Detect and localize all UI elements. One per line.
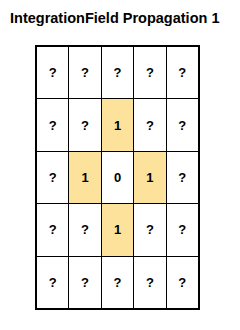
grid-cell-r2-c4: ? (167, 152, 198, 203)
grid-cell-r0-c2: ? (102, 47, 133, 98)
grid-cell-r4-c4: ? (167, 257, 198, 308)
grid-cell-r4-c0: ? (37, 257, 68, 308)
grid-cell-r0-c3: ? (134, 47, 165, 98)
grid-cell-r1-c0: ? (37, 99, 68, 150)
grid-cell-r3-c0: ? (37, 204, 68, 255)
grid-cell-r3-c2: 1 (102, 204, 133, 255)
grid-cell-r2-c3: 1 (134, 152, 165, 203)
grid-cell-r1-c3: ? (134, 99, 165, 150)
grid-cell-r3-c3: ? (134, 204, 165, 255)
page-title: IntegrationField Propagation 1 (10, 10, 238, 26)
grid-cell-r3-c4: ? (167, 204, 198, 255)
grid-cell-r0-c0: ? (37, 47, 68, 98)
grid-cell-r4-c2: ? (102, 257, 133, 308)
grid-cell-r2-c0: ? (37, 152, 68, 203)
page: IntegrationField Propagation 1 ???????1?… (0, 0, 240, 330)
grid-cell-r3-c1: ? (69, 204, 100, 255)
grid-cell-r1-c1: ? (69, 99, 100, 150)
grid-cell-r2-c2: 0 (102, 152, 133, 203)
grid-cell-r1-c2: 1 (102, 99, 133, 150)
grid-cell-r4-c1: ? (69, 257, 100, 308)
grid-cell-r0-c1: ? (69, 47, 100, 98)
grid-cell-r2-c1: 1 (69, 152, 100, 203)
grid-cell-r0-c4: ? (167, 47, 198, 98)
integration-field-grid: ???????1???101???1??????? (35, 45, 200, 310)
grid-cell-r1-c4: ? (167, 99, 198, 150)
grid-cell-r4-c3: ? (134, 257, 165, 308)
